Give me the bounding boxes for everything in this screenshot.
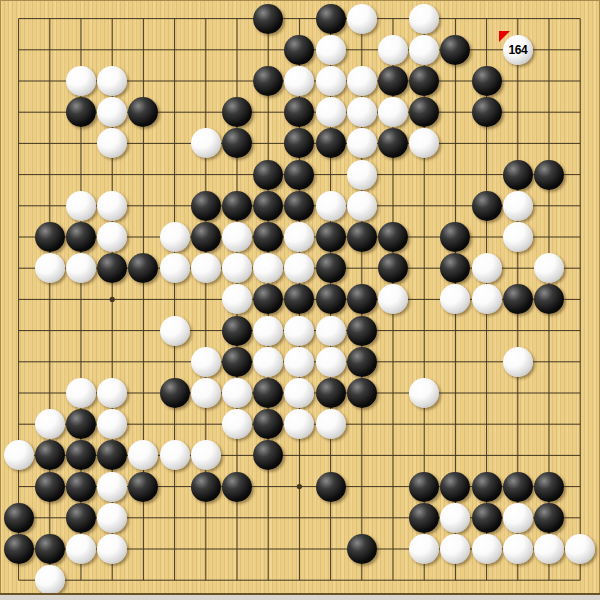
white-stone [503,534,533,564]
black-stone [472,97,502,127]
white-stone [191,128,221,158]
white-stone [222,409,252,439]
black-stone [4,534,34,564]
star-point [297,484,302,489]
black-stone [378,66,408,96]
black-stone [316,253,346,283]
black-stone [472,472,502,502]
white-stone [160,222,190,252]
white-stone [316,347,346,377]
white-stone [534,253,564,283]
white-stone [503,191,533,221]
black-stone [347,222,377,252]
white-stone [316,97,346,127]
black-stone [316,284,346,314]
black-stone [253,378,283,408]
white-stone [97,191,127,221]
white-stone [316,409,346,439]
black-stone [534,472,564,502]
white-stone [222,378,252,408]
black-stone [35,472,65,502]
black-stone [378,253,408,283]
black-stone [253,222,283,252]
black-stone [35,222,65,252]
black-stone [66,503,96,533]
black-stone [409,66,439,96]
black-stone [66,97,96,127]
black-stone [66,472,96,502]
white-stone [503,222,533,252]
black-stone [316,378,346,408]
white-stone [160,253,190,283]
white-stone [503,347,533,377]
white-stone [347,160,377,190]
black-stone [347,534,377,564]
white-stone [440,503,470,533]
white-stone [378,97,408,127]
white-stone [409,378,439,408]
white-stone [253,347,283,377]
black-stone [284,35,314,65]
last-move-stone: 164 [503,35,533,65]
black-stone [35,440,65,470]
white-stone [347,66,377,96]
black-stone [191,222,221,252]
white-stone [222,222,252,252]
white-stone [284,347,314,377]
white-stone [409,35,439,65]
white-stone [472,534,502,564]
white-stone [191,440,221,470]
white-stone [316,316,346,346]
black-stone [222,191,252,221]
black-stone [440,35,470,65]
black-stone [472,503,502,533]
white-stone [66,191,96,221]
white-stone [472,253,502,283]
black-stone [472,191,502,221]
white-stone [284,316,314,346]
white-stone [97,222,127,252]
white-stone [347,4,377,34]
black-stone [347,284,377,314]
white-stone [35,409,65,439]
black-stone [347,378,377,408]
black-stone [503,472,533,502]
white-stone [35,253,65,283]
black-stone [222,316,252,346]
black-stone [472,66,502,96]
white-stone [316,191,346,221]
black-stone [222,97,252,127]
black-stone [534,160,564,190]
black-stone [284,191,314,221]
move-number-label: 164 [503,35,533,65]
black-stone [503,160,533,190]
black-stone [409,472,439,502]
white-stone [97,378,127,408]
white-stone [191,378,221,408]
black-stone [347,347,377,377]
black-stone [378,222,408,252]
white-stone [503,503,533,533]
black-stone [316,128,346,158]
black-stone [316,472,346,502]
white-stone [97,66,127,96]
black-stone [347,316,377,346]
white-stone [160,316,190,346]
white-stone [66,253,96,283]
white-stone [66,378,96,408]
white-stone [191,253,221,283]
go-app-window: 164 [0,0,600,600]
white-stone [66,534,96,564]
white-stone [347,97,377,127]
white-stone [35,565,65,595]
black-stone [191,191,221,221]
white-stone [316,35,346,65]
black-stone [66,409,96,439]
white-stone [4,440,34,470]
black-stone [222,472,252,502]
black-stone [253,66,283,96]
black-stone [253,191,283,221]
black-stone [534,503,564,533]
white-stone [222,253,252,283]
black-stone [66,222,96,252]
black-stone [160,378,190,408]
black-stone [503,284,533,314]
board-bottom-bevel [0,593,600,600]
black-stone [253,160,283,190]
white-stone [472,284,502,314]
white-stone [97,472,127,502]
white-stone [66,66,96,96]
white-stone [316,66,346,96]
black-stone [409,503,439,533]
white-stone [534,534,564,564]
white-stone [160,440,190,470]
black-stone [440,472,470,502]
black-stone [35,534,65,564]
white-stone [409,4,439,34]
white-stone [97,503,127,533]
white-stone [378,35,408,65]
black-stone [222,347,252,377]
white-stone [347,128,377,158]
white-stone [253,316,283,346]
black-stone [4,503,34,533]
black-stone [128,472,158,502]
white-stone [97,534,127,564]
star-point [110,297,115,302]
black-stone [316,222,346,252]
go-board[interactable]: 164 [0,0,600,600]
white-stone [347,191,377,221]
black-stone [191,472,221,502]
white-stone [409,534,439,564]
black-stone [316,4,346,34]
white-stone [191,347,221,377]
black-stone [253,4,283,34]
white-stone [565,534,595,564]
black-stone [284,160,314,190]
